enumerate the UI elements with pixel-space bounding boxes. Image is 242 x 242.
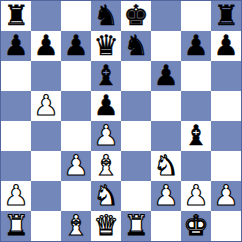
square-h7[interactable]: ♟ — [211, 31, 241, 61]
square-g6[interactable] — [181, 61, 211, 91]
square-b8[interactable] — [31, 1, 61, 31]
square-c2[interactable] — [61, 181, 91, 211]
square-a3[interactable] — [1, 151, 31, 181]
square-g3[interactable] — [181, 151, 211, 181]
square-c1[interactable]: ♝ — [61, 211, 91, 241]
black-bishop-piece[interactable]: ♝ — [181, 121, 211, 151]
square-e3[interactable] — [121, 151, 151, 181]
square-d8[interactable]: ♞ — [91, 1, 121, 31]
square-g5[interactable] — [181, 91, 211, 121]
square-f3[interactable]: ♞ — [151, 151, 181, 181]
black-knight-piece[interactable]: ♞ — [91, 1, 121, 31]
square-h2[interactable]: ♟ — [211, 181, 241, 211]
black-pawn-piece[interactable]: ♟ — [181, 31, 211, 61]
square-f6[interactable]: ♟ — [151, 61, 181, 91]
white-pawn-piece[interactable]: ♟ — [31, 91, 61, 121]
square-b5[interactable]: ♟ — [31, 91, 61, 121]
square-h3[interactable] — [211, 151, 241, 181]
square-d6[interactable]: ♝ — [91, 61, 121, 91]
white-knight-piece[interactable]: ♞ — [91, 181, 121, 211]
square-a4[interactable] — [1, 121, 31, 151]
square-c4[interactable] — [61, 121, 91, 151]
black-pawn-piece[interactable]: ♟ — [151, 61, 181, 91]
square-a2[interactable]: ♟ — [1, 181, 31, 211]
square-a5[interactable] — [1, 91, 31, 121]
square-b3[interactable] — [31, 151, 61, 181]
black-knight-piece[interactable]: ♞ — [121, 31, 151, 61]
square-e2[interactable] — [121, 181, 151, 211]
square-d3[interactable]: ♝ — [91, 151, 121, 181]
square-e8[interactable]: ♚ — [121, 1, 151, 31]
square-g4[interactable]: ♝ — [181, 121, 211, 151]
black-pawn-piece[interactable]: ♟ — [211, 31, 241, 61]
square-d5[interactable]: ♟ — [91, 91, 121, 121]
black-king-piece[interactable]: ♚ — [121, 1, 151, 31]
square-f4[interactable] — [151, 121, 181, 151]
square-a7[interactable]: ♟ — [1, 31, 31, 61]
square-d1[interactable]: ♛ — [91, 211, 121, 241]
square-d4[interactable]: ♟ — [91, 121, 121, 151]
white-pawn-piece[interactable]: ♟ — [1, 181, 31, 211]
square-f5[interactable] — [151, 91, 181, 121]
square-f7[interactable] — [151, 31, 181, 61]
white-pawn-piece[interactable]: ♟ — [151, 181, 181, 211]
white-pawn-piece[interactable]: ♟ — [61, 151, 91, 181]
square-d2[interactable]: ♞ — [91, 181, 121, 211]
square-b7[interactable]: ♟ — [31, 31, 61, 61]
square-e6[interactable] — [121, 61, 151, 91]
square-e1[interactable]: ♜ — [121, 211, 151, 241]
black-pawn-piece[interactable]: ♟ — [31, 31, 61, 61]
square-f2[interactable]: ♟ — [151, 181, 181, 211]
white-pawn-piece[interactable]: ♟ — [91, 121, 121, 151]
square-b6[interactable] — [31, 61, 61, 91]
square-h1[interactable] — [211, 211, 241, 241]
square-g1[interactable]: ♚ — [181, 211, 211, 241]
black-queen-piece[interactable]: ♛ — [91, 31, 121, 61]
black-rook-piece[interactable]: ♜ — [211, 1, 241, 31]
black-pawn-piece[interactable]: ♟ — [61, 31, 91, 61]
white-bishop-piece[interactable]: ♝ — [61, 211, 91, 241]
square-b2[interactable] — [31, 181, 61, 211]
white-knight-piece[interactable]: ♞ — [151, 151, 181, 181]
square-c7[interactable]: ♟ — [61, 31, 91, 61]
chess-board: ♜♞♚♜♟♟♟♛♞♟♟♝♟♟♟♟♝♟♝♞♟♞♟♟♟♜♝♛♜♚ — [0, 0, 242, 242]
square-b4[interactable] — [31, 121, 61, 151]
white-queen-piece[interactable]: ♛ — [91, 211, 121, 241]
square-f8[interactable] — [151, 1, 181, 31]
square-h4[interactable] — [211, 121, 241, 151]
square-d7[interactable]: ♛ — [91, 31, 121, 61]
square-a8[interactable]: ♜ — [1, 1, 31, 31]
square-g8[interactable] — [181, 1, 211, 31]
square-g7[interactable]: ♟ — [181, 31, 211, 61]
black-pawn-piece[interactable]: ♟ — [1, 31, 31, 61]
black-rook-piece[interactable]: ♜ — [1, 1, 31, 31]
white-king-piece[interactable]: ♚ — [181, 211, 211, 241]
white-bishop-piece[interactable]: ♝ — [91, 151, 121, 181]
white-rook-piece[interactable]: ♜ — [121, 211, 151, 241]
square-c8[interactable] — [61, 1, 91, 31]
square-a1[interactable]: ♜ — [1, 211, 31, 241]
square-c6[interactable] — [61, 61, 91, 91]
square-h8[interactable]: ♜ — [211, 1, 241, 31]
white-pawn-piece[interactable]: ♟ — [211, 181, 241, 211]
square-h6[interactable] — [211, 61, 241, 91]
square-f1[interactable] — [151, 211, 181, 241]
white-pawn-piece[interactable]: ♟ — [181, 181, 211, 211]
black-bishop-piece[interactable]: ♝ — [91, 61, 121, 91]
square-a6[interactable] — [1, 61, 31, 91]
square-e5[interactable] — [121, 91, 151, 121]
square-b1[interactable] — [31, 211, 61, 241]
square-e7[interactable]: ♞ — [121, 31, 151, 61]
square-c3[interactable]: ♟ — [61, 151, 91, 181]
black-pawn-piece[interactable]: ♟ — [91, 91, 121, 121]
white-rook-piece[interactable]: ♜ — [1, 211, 31, 241]
square-h5[interactable] — [211, 91, 241, 121]
square-c5[interactable] — [61, 91, 91, 121]
square-g2[interactable]: ♟ — [181, 181, 211, 211]
square-e4[interactable] — [121, 121, 151, 151]
